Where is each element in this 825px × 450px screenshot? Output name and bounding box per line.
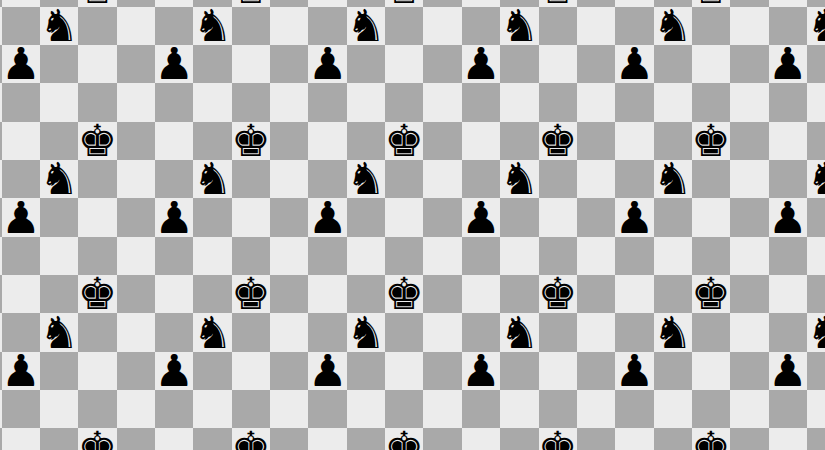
- board-square: ♞: [654, 313, 692, 351]
- black-knight: ♞: [653, 311, 692, 355]
- board-square: ♚: [232, 122, 270, 160]
- board-square: [270, 237, 308, 275]
- board-square: ♚: [385, 0, 423, 7]
- board-square: [270, 160, 308, 198]
- board-square: [462, 237, 500, 275]
- board-square: [347, 198, 385, 236]
- board-square: ♟: [462, 352, 500, 390]
- board-square: [423, 122, 461, 160]
- board-square: [40, 198, 78, 236]
- board-square: [654, 198, 692, 236]
- board-square: [117, 160, 155, 198]
- board-square: [462, 122, 500, 160]
- black-pawn: ♟: [461, 196, 500, 240]
- board-square: [308, 122, 346, 160]
- black-king: ♚: [78, 119, 117, 163]
- board-square: ♚: [692, 122, 730, 160]
- board-square: [40, 83, 78, 121]
- board-square: [347, 45, 385, 83]
- chess-wallpaper-viewport: ♚♚♚♚♚♞♞♞♞♞♞♟♟♟♟♟♟♚♚♚♚♚♞♞♞♞♞♞♟♟♟♟♟♟♚♚♚♚♚♞…: [0, 0, 825, 450]
- board-square: ♚: [78, 275, 116, 313]
- board-square: [270, 428, 308, 450]
- black-pawn: ♟: [768, 196, 807, 240]
- board-square: [385, 352, 423, 390]
- board-square: [807, 390, 825, 428]
- board-square: [117, 83, 155, 121]
- black-king: ♚: [691, 426, 730, 450]
- board-square: [308, 390, 346, 428]
- board-square: [117, 313, 155, 351]
- board-square: [78, 198, 116, 236]
- board-square: ♞: [347, 313, 385, 351]
- board-square: [730, 7, 768, 45]
- board-square: [423, 7, 461, 45]
- board-square: [155, 428, 193, 450]
- black-king: ♚: [538, 119, 577, 163]
- board-square: ♟: [769, 352, 807, 390]
- board-square: ♚: [78, 0, 116, 7]
- board-square: [232, 7, 270, 45]
- board-square: [692, 313, 730, 351]
- board-square: [462, 275, 500, 313]
- black-knight: ♞: [500, 4, 539, 48]
- black-knight: ♞: [500, 311, 539, 355]
- board-square: ♞: [40, 313, 78, 351]
- board-square: [270, 122, 308, 160]
- black-king: ♚: [231, 119, 270, 163]
- board-square: ♟: [769, 198, 807, 236]
- board-square: [615, 275, 653, 313]
- board-square: [40, 352, 78, 390]
- board-square: [539, 160, 577, 198]
- board-square: [730, 83, 768, 121]
- board-square: [347, 428, 385, 450]
- board-square: [615, 428, 653, 450]
- board-square: [654, 428, 692, 450]
- black-king: ♚: [538, 272, 577, 316]
- board-square: [308, 428, 346, 450]
- board-square: ♚: [539, 275, 577, 313]
- board-square: [270, 83, 308, 121]
- board-square: [270, 313, 308, 351]
- board-square: [193, 45, 231, 83]
- board-square: [193, 83, 231, 121]
- board-square: ♟: [155, 198, 193, 236]
- board-square: [730, 160, 768, 198]
- board-square: [193, 428, 231, 450]
- board-square: [423, 198, 461, 236]
- black-pawn: ♟: [615, 42, 654, 86]
- board-square: [308, 0, 346, 7]
- board-square: [385, 45, 423, 83]
- board-square: [730, 122, 768, 160]
- board-square: ♚: [385, 122, 423, 160]
- black-knight: ♞: [346, 157, 385, 201]
- black-king: ♚: [78, 426, 117, 450]
- board-square: ♟: [615, 198, 653, 236]
- board-square: [500, 352, 538, 390]
- board-square: ♞: [40, 160, 78, 198]
- board-square: [462, 83, 500, 121]
- black-pawn: ♟: [461, 349, 500, 393]
- board-square: ♞: [807, 7, 825, 45]
- chess-pattern-board: ♚♚♚♚♚♞♞♞♞♞♞♟♟♟♟♟♟♚♚♚♚♚♞♞♞♞♞♞♟♟♟♟♟♟♚♚♚♚♚♞…: [0, 0, 825, 450]
- black-knight: ♞: [193, 157, 232, 201]
- board-square: [117, 428, 155, 450]
- board-square: ♟: [2, 198, 40, 236]
- board-square: [615, 83, 653, 121]
- board-square: [385, 160, 423, 198]
- board-square: [155, 390, 193, 428]
- board-square: [692, 198, 730, 236]
- board-square: [539, 45, 577, 83]
- board-square: ♞: [40, 7, 78, 45]
- board-square: [308, 275, 346, 313]
- black-pawn: ♟: [155, 42, 194, 86]
- board-square: [385, 7, 423, 45]
- board-square: ♟: [2, 352, 40, 390]
- board-square: [654, 83, 692, 121]
- black-pawn: ♟: [308, 42, 347, 86]
- black-knight: ♞: [193, 311, 232, 355]
- board-square: [193, 390, 231, 428]
- board-square: [193, 237, 231, 275]
- board-square: ♟: [308, 198, 346, 236]
- board-square: ♚: [539, 428, 577, 450]
- board-square: [539, 7, 577, 45]
- black-king: ♚: [385, 426, 424, 450]
- board-square: [232, 198, 270, 236]
- black-knight: ♞: [806, 157, 825, 201]
- board-square: [117, 237, 155, 275]
- board-square: [347, 390, 385, 428]
- board-square: ♟: [769, 45, 807, 83]
- board-square: ♞: [193, 160, 231, 198]
- black-pawn: ♟: [768, 349, 807, 393]
- black-pawn: ♟: [768, 42, 807, 86]
- board-square: [2, 237, 40, 275]
- board-square: [807, 237, 825, 275]
- board-square: [500, 198, 538, 236]
- board-square: [155, 122, 193, 160]
- board-square: [654, 45, 692, 83]
- board-square: ♚: [385, 428, 423, 450]
- black-knight: ♞: [40, 157, 79, 201]
- board-square: [807, 352, 825, 390]
- board-square: ♞: [347, 160, 385, 198]
- board-square: [692, 45, 730, 83]
- board-square: [577, 428, 615, 450]
- board-square: [78, 352, 116, 390]
- board-square: [347, 83, 385, 121]
- board-square: [2, 428, 40, 450]
- board-square: [539, 198, 577, 236]
- black-king: ♚: [691, 119, 730, 163]
- board-square: ♞: [807, 313, 825, 351]
- board-square: [462, 0, 500, 7]
- black-pawn: ♟: [615, 349, 654, 393]
- black-pawn: ♟: [615, 196, 654, 240]
- board-square: [232, 352, 270, 390]
- board-square: ♟: [462, 198, 500, 236]
- board-square: ♞: [193, 7, 231, 45]
- black-knight: ♞: [806, 4, 825, 48]
- board-square: [270, 0, 308, 7]
- board-square: [577, 0, 615, 7]
- board-square: [769, 83, 807, 121]
- board-square: [423, 83, 461, 121]
- board-square: [232, 313, 270, 351]
- board-square: [730, 313, 768, 351]
- board-square: [78, 160, 116, 198]
- black-knight: ♞: [806, 311, 825, 355]
- board-square: [654, 352, 692, 390]
- board-square: [615, 237, 653, 275]
- board-square: [577, 83, 615, 121]
- board-square: [577, 313, 615, 351]
- board-square: ♟: [615, 352, 653, 390]
- board-square: [40, 237, 78, 275]
- board-square: [117, 198, 155, 236]
- board-square: [615, 0, 653, 7]
- board-square: [500, 45, 538, 83]
- board-square: [117, 352, 155, 390]
- board-square: [232, 45, 270, 83]
- board-square: ♚: [692, 275, 730, 313]
- board-square: [347, 352, 385, 390]
- board-square: [423, 313, 461, 351]
- board-square: [730, 428, 768, 450]
- board-square: [807, 428, 825, 450]
- board-square: ♚: [232, 428, 270, 450]
- board-square: [692, 160, 730, 198]
- board-square: ♟: [462, 45, 500, 83]
- board-square: [193, 352, 231, 390]
- board-square: [423, 275, 461, 313]
- board-square: [270, 198, 308, 236]
- board-square: [232, 160, 270, 198]
- board-square: [807, 198, 825, 236]
- black-king: ♚: [78, 272, 117, 316]
- board-square: [2, 390, 40, 428]
- board-square: [308, 237, 346, 275]
- board-square: [78, 313, 116, 351]
- board-square: [462, 428, 500, 450]
- black-king: ♚: [385, 272, 424, 316]
- board-square: [500, 237, 538, 275]
- black-knight: ♞: [346, 4, 385, 48]
- black-king: ♚: [231, 426, 270, 450]
- board-square: [117, 122, 155, 160]
- board-square: [78, 45, 116, 83]
- board-square: [577, 45, 615, 83]
- black-king: ♚: [691, 272, 730, 316]
- board-square: [769, 122, 807, 160]
- board-square: [577, 198, 615, 236]
- board-square: [270, 7, 308, 45]
- board-square: [155, 0, 193, 7]
- black-knight: ♞: [500, 157, 539, 201]
- board-square: ♚: [78, 428, 116, 450]
- board-square: [577, 7, 615, 45]
- board-square: [730, 237, 768, 275]
- board-square: [270, 352, 308, 390]
- board-square: [155, 237, 193, 275]
- board-square: [385, 313, 423, 351]
- board-square: [423, 160, 461, 198]
- board-square: [2, 275, 40, 313]
- board-square: [40, 428, 78, 450]
- board-square: [730, 390, 768, 428]
- board-square: [730, 198, 768, 236]
- board-square: [539, 313, 577, 351]
- black-king: ♚: [385, 119, 424, 163]
- board-square: [423, 390, 461, 428]
- board-square: [654, 390, 692, 428]
- board-square: [40, 45, 78, 83]
- board-square: [462, 390, 500, 428]
- board-square: [2, 83, 40, 121]
- board-square: [2, 0, 40, 7]
- black-king: ♚: [231, 272, 270, 316]
- board-square: [615, 390, 653, 428]
- black-pawn: ♟: [155, 196, 194, 240]
- board-square: [769, 237, 807, 275]
- board-square: [692, 352, 730, 390]
- black-pawn: ♟: [308, 196, 347, 240]
- board-square: [193, 198, 231, 236]
- board-square: ♟: [155, 45, 193, 83]
- board-square: ♞: [193, 313, 231, 351]
- board-square: [539, 352, 577, 390]
- black-knight: ♞: [653, 157, 692, 201]
- board-square: [117, 0, 155, 7]
- board-square: [117, 7, 155, 45]
- board-square: [730, 45, 768, 83]
- board-square: [577, 122, 615, 160]
- board-square: [78, 7, 116, 45]
- board-square: [155, 275, 193, 313]
- board-square: ♚: [385, 275, 423, 313]
- board-square: ♟: [308, 45, 346, 83]
- board-square: [270, 275, 308, 313]
- board-square: [730, 0, 768, 7]
- board-square: [577, 352, 615, 390]
- board-square: [423, 428, 461, 450]
- board-square: [615, 122, 653, 160]
- black-pawn: ♟: [155, 349, 194, 393]
- board-square: ♞: [500, 160, 538, 198]
- board-square: [577, 275, 615, 313]
- black-knight: ♞: [40, 311, 79, 355]
- board-square: ♟: [155, 352, 193, 390]
- black-pawn: ♟: [461, 42, 500, 86]
- board-square: [40, 390, 78, 428]
- black-knight: ♞: [346, 311, 385, 355]
- black-king: ♚: [538, 426, 577, 450]
- board-square: [730, 275, 768, 313]
- board-square: ♟: [308, 352, 346, 390]
- board-square: [270, 390, 308, 428]
- board-square: [155, 83, 193, 121]
- board-square: ♞: [500, 313, 538, 351]
- board-square: [423, 352, 461, 390]
- board-square: ♟: [2, 45, 40, 83]
- black-pawn: ♟: [1, 349, 40, 393]
- board-square: [500, 428, 538, 450]
- board-square: [500, 83, 538, 121]
- board-square: ♟: [615, 45, 653, 83]
- board-square: [117, 45, 155, 83]
- board-square: [423, 0, 461, 7]
- board-square: ♞: [500, 7, 538, 45]
- board-square: [730, 352, 768, 390]
- board-square: ♞: [654, 160, 692, 198]
- board-square: [500, 390, 538, 428]
- black-knight: ♞: [193, 4, 232, 48]
- black-knight: ♞: [40, 4, 79, 48]
- board-square: [423, 45, 461, 83]
- board-square: ♚: [692, 0, 730, 7]
- board-square: [654, 237, 692, 275]
- board-square: ♚: [539, 0, 577, 7]
- board-square: ♞: [807, 160, 825, 198]
- black-knight: ♞: [653, 4, 692, 48]
- board-square: [385, 198, 423, 236]
- board-square: [117, 275, 155, 313]
- board-square: [692, 7, 730, 45]
- board-square: [577, 160, 615, 198]
- board-square: ♚: [692, 428, 730, 450]
- board-square: ♚: [539, 122, 577, 160]
- board-square: ♚: [232, 0, 270, 7]
- board-square: [769, 275, 807, 313]
- board-square: ♞: [654, 7, 692, 45]
- board-square: [117, 390, 155, 428]
- board-square: [577, 390, 615, 428]
- board-square: [769, 428, 807, 450]
- board-square: [577, 237, 615, 275]
- board-square: ♚: [232, 275, 270, 313]
- board-square: [308, 83, 346, 121]
- board-square: [807, 45, 825, 83]
- black-pawn: ♟: [1, 42, 40, 86]
- board-square: [769, 0, 807, 7]
- board-square: [347, 237, 385, 275]
- board-square: [807, 83, 825, 121]
- board-square: ♚: [78, 122, 116, 160]
- board-square: [270, 45, 308, 83]
- board-square: [769, 390, 807, 428]
- black-pawn: ♟: [308, 349, 347, 393]
- board-square: [2, 122, 40, 160]
- board-square: [423, 237, 461, 275]
- black-pawn: ♟: [1, 196, 40, 240]
- board-square: ♞: [347, 7, 385, 45]
